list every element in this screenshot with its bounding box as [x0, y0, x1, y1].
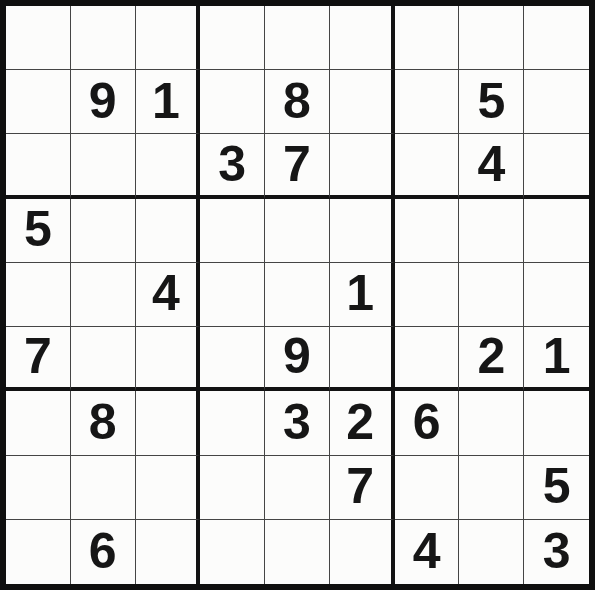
cell-r7c2[interactable]: 8	[71, 391, 136, 455]
cell-r9c3[interactable]	[136, 520, 201, 584]
cell-r2c7[interactable]	[395, 70, 460, 134]
given-digit: 5	[24, 204, 52, 254]
cell-r3c2[interactable]	[71, 134, 136, 198]
cell-r4c5[interactable]	[265, 199, 330, 263]
cell-r4c4[interactable]	[200, 199, 265, 263]
cell-r8c7[interactable]	[395, 456, 460, 520]
cell-r7c3[interactable]	[136, 391, 201, 455]
cell-r8c9[interactable]: 5	[524, 456, 589, 520]
cell-r2c6[interactable]	[330, 70, 395, 134]
cell-r9c8[interactable]	[459, 520, 524, 584]
cell-r2c3[interactable]: 1	[136, 70, 201, 134]
cell-r7c4[interactable]	[200, 391, 265, 455]
cell-r1c1[interactable]	[6, 6, 71, 70]
cell-r7c6[interactable]: 2	[330, 391, 395, 455]
given-digit: 7	[346, 461, 374, 511]
cell-r5c8[interactable]	[459, 263, 524, 327]
cell-r2c2[interactable]: 9	[71, 70, 136, 134]
cell-r5c5[interactable]	[265, 263, 330, 327]
given-digit: 1	[346, 268, 374, 318]
cell-r5c6[interactable]: 1	[330, 263, 395, 327]
given-digit: 2	[477, 331, 505, 381]
cell-r2c5[interactable]: 8	[265, 70, 330, 134]
cell-r1c9[interactable]	[524, 6, 589, 70]
given-digit: 3	[543, 526, 571, 576]
cell-r5c7[interactable]	[395, 263, 460, 327]
cell-r3c6[interactable]	[330, 134, 395, 198]
cell-r1c8[interactable]	[459, 6, 524, 70]
cell-r4c3[interactable]	[136, 199, 201, 263]
cell-r4c7[interactable]	[395, 199, 460, 263]
given-digit: 2	[346, 397, 374, 447]
cell-r5c1[interactable]	[6, 263, 71, 327]
cell-r7c1[interactable]	[6, 391, 71, 455]
cell-r4c6[interactable]	[330, 199, 395, 263]
cell-r2c9[interactable]	[524, 70, 589, 134]
given-digit: 4	[152, 268, 180, 318]
cell-r7c9[interactable]	[524, 391, 589, 455]
cell-r6c1[interactable]: 7	[6, 327, 71, 391]
cell-r9c7[interactable]: 4	[395, 520, 460, 584]
given-digit: 5	[477, 76, 505, 126]
cell-r6c9[interactable]: 1	[524, 327, 589, 391]
given-digit: 7	[24, 331, 52, 381]
cell-r1c7[interactable]	[395, 6, 460, 70]
cell-r4c9[interactable]	[524, 199, 589, 263]
given-digit: 3	[218, 139, 246, 189]
cell-r9c9[interactable]: 3	[524, 520, 589, 584]
given-digit: 9	[89, 76, 117, 126]
cell-r1c2[interactable]	[71, 6, 136, 70]
cell-r8c4[interactable]	[200, 456, 265, 520]
cell-r8c6[interactable]: 7	[330, 456, 395, 520]
cell-r6c2[interactable]	[71, 327, 136, 391]
cell-r2c8[interactable]: 5	[459, 70, 524, 134]
cell-r6c8[interactable]: 2	[459, 327, 524, 391]
cell-r8c8[interactable]	[459, 456, 524, 520]
given-digit: 7	[283, 139, 311, 189]
cell-r7c5[interactable]: 3	[265, 391, 330, 455]
cell-r7c8[interactable]	[459, 391, 524, 455]
cell-r8c2[interactable]	[71, 456, 136, 520]
cell-r9c4[interactable]	[200, 520, 265, 584]
given-digit: 6	[413, 397, 441, 447]
cell-r3c3[interactable]	[136, 134, 201, 198]
cell-r9c6[interactable]	[330, 520, 395, 584]
given-digit: 8	[283, 76, 311, 126]
cell-r8c3[interactable]	[136, 456, 201, 520]
cell-r5c3[interactable]: 4	[136, 263, 201, 327]
cell-r7c7[interactable]: 6	[395, 391, 460, 455]
sudoku-board: 91853745417921832675643	[0, 0, 595, 590]
cell-r6c4[interactable]	[200, 327, 265, 391]
cell-r6c6[interactable]	[330, 327, 395, 391]
cell-r5c9[interactable]	[524, 263, 589, 327]
cell-r3c7[interactable]	[395, 134, 460, 198]
cell-r4c2[interactable]	[71, 199, 136, 263]
cell-r9c1[interactable]	[6, 520, 71, 584]
cell-r2c1[interactable]	[6, 70, 71, 134]
given-digit: 3	[283, 397, 311, 447]
given-digit: 5	[543, 461, 571, 511]
cell-r3c9[interactable]	[524, 134, 589, 198]
cell-r8c5[interactable]	[265, 456, 330, 520]
cell-r2c4[interactable]	[200, 70, 265, 134]
cell-r6c5[interactable]: 9	[265, 327, 330, 391]
given-digit: 4	[413, 526, 441, 576]
given-digit: 4	[477, 139, 505, 189]
cell-r9c2[interactable]: 6	[71, 520, 136, 584]
given-digit: 1	[543, 331, 571, 381]
cell-r8c1[interactable]	[6, 456, 71, 520]
given-digit: 6	[89, 526, 117, 576]
cell-r4c8[interactable]	[459, 199, 524, 263]
cell-r1c3[interactable]	[136, 6, 201, 70]
cell-r4c1[interactable]: 5	[6, 199, 71, 263]
cell-r5c4[interactable]	[200, 263, 265, 327]
cell-r5c2[interactable]	[71, 263, 136, 327]
cell-r1c6[interactable]	[330, 6, 395, 70]
cell-r6c3[interactable]	[136, 327, 201, 391]
cell-r9c5[interactable]	[265, 520, 330, 584]
cell-r6c7[interactable]	[395, 327, 460, 391]
given-digit: 1	[152, 76, 180, 126]
cell-r3c5[interactable]: 7	[265, 134, 330, 198]
cell-r1c4[interactable]	[200, 6, 265, 70]
given-digit: 8	[89, 397, 117, 447]
cell-r3c8[interactable]: 4	[459, 134, 524, 198]
cell-r1c5[interactable]	[265, 6, 330, 70]
cell-r3c1[interactable]	[6, 134, 71, 198]
given-digit: 9	[283, 331, 311, 381]
cell-r3c4[interactable]: 3	[200, 134, 265, 198]
